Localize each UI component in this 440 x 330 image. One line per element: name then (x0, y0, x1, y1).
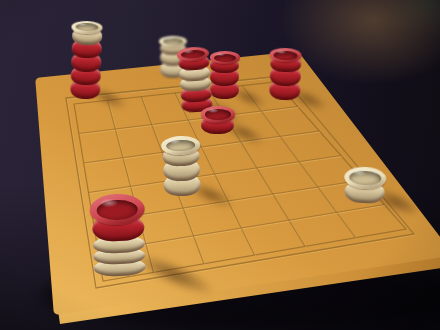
piece-stack-r4c1[interactable] (89, 193, 149, 277)
piece-stack-r0c3[interactable] (209, 51, 241, 99)
piece-stack-r3c2[interactable] (160, 136, 203, 197)
cup-cavity (180, 48, 205, 58)
game-photo (0, 0, 440, 330)
cup-cavity (75, 23, 99, 32)
piece-stack-r0c5[interactable] (267, 48, 303, 101)
cream-cup-opening (159, 36, 187, 47)
piece-stack-r2c2[interactable] (200, 106, 236, 134)
cup-cavity (273, 51, 298, 61)
piece-stack-r3c5[interactable] (342, 166, 388, 204)
cup-cavity (349, 171, 381, 187)
cup-cavity (166, 139, 195, 152)
piece-stack-r1c2[interactable] (175, 46, 214, 114)
red-cup-opening (201, 106, 236, 123)
cup-cavity (214, 54, 237, 62)
cup-cavity (163, 38, 183, 45)
red-cup-opening (210, 51, 241, 64)
piece-stack-r0c0[interactable] (68, 21, 104, 100)
cup-cavity (97, 200, 138, 221)
game-board (0, 0, 440, 330)
cup-cavity (205, 109, 231, 120)
